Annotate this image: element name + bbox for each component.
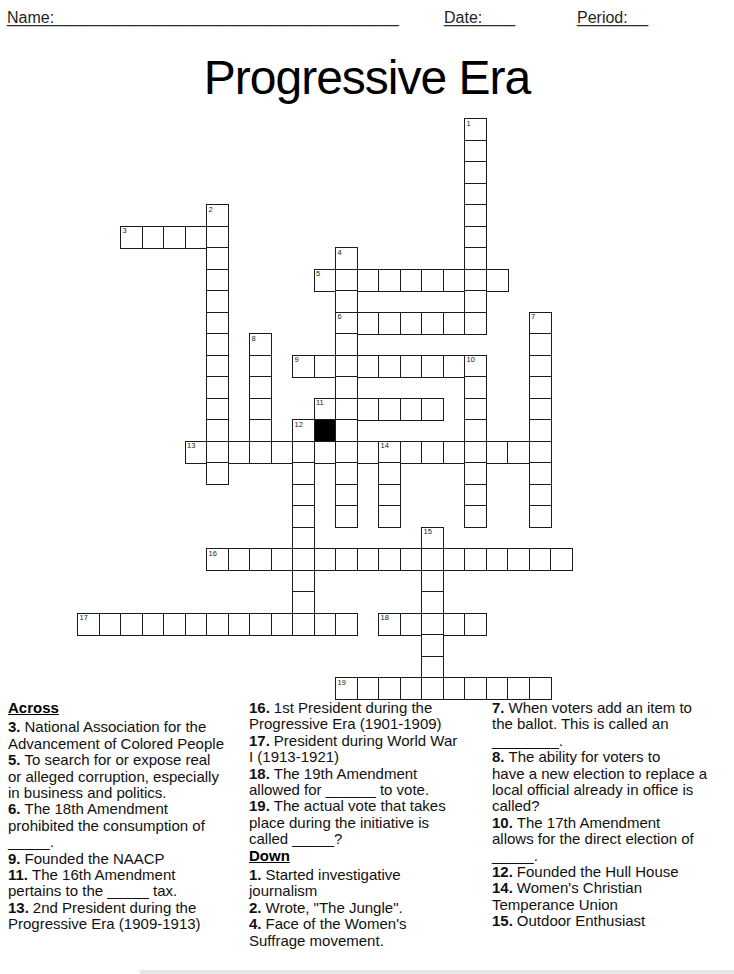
grid-cell[interactable] bbox=[206, 333, 229, 356]
grid-cell[interactable] bbox=[249, 548, 272, 571]
grid-cell[interactable] bbox=[464, 226, 487, 249]
grid-cell[interactable] bbox=[206, 269, 229, 292]
grid-cell[interactable] bbox=[314, 548, 337, 571]
grid-cell[interactable] bbox=[421, 656, 444, 679]
grid-cell[interactable] bbox=[378, 355, 401, 378]
clue-text: Women's Christian Temperance Union bbox=[492, 879, 642, 912]
grid-cell[interactable] bbox=[314, 441, 337, 464]
grid-cell[interactable]: 11 bbox=[314, 398, 337, 421]
cell-number: 7 bbox=[531, 313, 535, 321]
grid-cell[interactable] bbox=[249, 398, 272, 421]
grid-cell[interactable] bbox=[206, 290, 229, 313]
grid-cell[interactable] bbox=[464, 398, 487, 421]
grid-cell[interactable] bbox=[486, 677, 509, 700]
clue-across-11: 11.The 16th Amendment pertains to the __… bbox=[8, 867, 246, 900]
cell-number: 6 bbox=[338, 313, 342, 321]
grid-cell[interactable] bbox=[464, 247, 487, 270]
grid-cell[interactable] bbox=[443, 677, 466, 700]
grid-cell[interactable] bbox=[421, 441, 444, 464]
grid-cell[interactable] bbox=[292, 591, 315, 614]
cell-number: 14 bbox=[381, 442, 389, 450]
grid-cell[interactable] bbox=[335, 419, 358, 442]
grid-cell[interactable] bbox=[421, 591, 444, 614]
grid-cell[interactable] bbox=[292, 548, 315, 571]
cell-number: 5 bbox=[316, 270, 320, 278]
grid-cell[interactable] bbox=[271, 548, 294, 571]
grid-cell[interactable] bbox=[378, 269, 401, 292]
grid-cell[interactable] bbox=[400, 677, 423, 700]
grid-cell[interactable] bbox=[206, 247, 229, 270]
clue-text: When voters add an item to the ballot. T… bbox=[492, 699, 692, 749]
clue-number: 18. bbox=[249, 765, 270, 782]
clue-text: Outdoor Enthusiast bbox=[517, 912, 645, 929]
clue-column-2: 16.1st President during the Progressive … bbox=[249, 700, 481, 949]
grid-cell[interactable] bbox=[357, 677, 380, 700]
grid-cell[interactable] bbox=[249, 376, 272, 399]
cell-number: 17 bbox=[80, 614, 88, 622]
grid-cell[interactable]: 15 bbox=[421, 527, 444, 550]
grid-cell[interactable] bbox=[206, 398, 229, 421]
clue-text: Founded the Hull House bbox=[517, 863, 679, 880]
grid-cell[interactable] bbox=[206, 312, 229, 335]
cell-number: 2 bbox=[209, 206, 213, 214]
grid-cell[interactable] bbox=[335, 613, 358, 636]
clue-text: The ability for voters to have a new ele… bbox=[492, 748, 707, 814]
cell-number: 13 bbox=[187, 442, 195, 450]
grid-cell[interactable] bbox=[378, 462, 401, 485]
grid-cell[interactable] bbox=[529, 505, 552, 528]
grid-cell[interactable] bbox=[335, 441, 358, 464]
grid-cell[interactable] bbox=[421, 677, 444, 700]
period-blank-line: ________ bbox=[577, 9, 648, 27]
grid-cell[interactable] bbox=[464, 441, 487, 464]
grid-cell[interactable] bbox=[464, 161, 487, 184]
grid-cell[interactable] bbox=[249, 613, 272, 636]
grid-cell[interactable]: 7 bbox=[529, 312, 552, 335]
cell-number: 10 bbox=[467, 356, 475, 364]
grid-cell[interactable] bbox=[464, 204, 487, 227]
grid-cell[interactable] bbox=[421, 634, 444, 657]
grid-cell[interactable] bbox=[378, 312, 401, 335]
grid-cell[interactable] bbox=[314, 613, 337, 636]
grid-cell[interactable] bbox=[464, 419, 487, 442]
clues-heading-down: Down bbox=[249, 848, 481, 864]
clue-text: The 19th Amendment allowed for ______ to… bbox=[249, 765, 429, 798]
grid-cell[interactable] bbox=[206, 226, 229, 249]
grid-cell[interactable] bbox=[507, 548, 530, 571]
grid-cell-black bbox=[314, 419, 337, 442]
grid-cell[interactable] bbox=[142, 226, 165, 249]
clue-across-19: 19.The actual vote that takes place duri… bbox=[249, 798, 481, 847]
cell-number: 1 bbox=[467, 120, 471, 128]
grid-cell[interactable] bbox=[206, 613, 229, 636]
grid-cell[interactable] bbox=[335, 290, 358, 313]
grid-cell[interactable] bbox=[443, 441, 466, 464]
cropped-bottom-edge bbox=[140, 970, 734, 974]
grid-cell[interactable]: 10 bbox=[464, 355, 487, 378]
date-blank-line: ________ bbox=[444, 9, 515, 27]
clue-down-12: 12.Founded the Hull House bbox=[492, 864, 734, 880]
grid-cell[interactable] bbox=[529, 548, 552, 571]
grid-cell[interactable] bbox=[421, 570, 444, 593]
grid-cell[interactable] bbox=[335, 548, 358, 571]
puzzle-title: Progressive Era bbox=[0, 52, 734, 104]
grid-cell[interactable] bbox=[335, 505, 358, 528]
grid-cell[interactable]: 5 bbox=[314, 269, 337, 292]
grid-cell[interactable]: 2 bbox=[206, 204, 229, 227]
clue-text: Founded the NAACP bbox=[25, 850, 165, 867]
grid-cell[interactable] bbox=[507, 441, 530, 464]
grid-cell[interactable] bbox=[464, 613, 487, 636]
worksheet-page: Name: __________________________________… bbox=[0, 0, 734, 974]
grid-cell[interactable] bbox=[421, 613, 444, 636]
clue-across-3: 3.National Association for the Advanceme… bbox=[8, 719, 246, 752]
grid-cell[interactable] bbox=[443, 548, 466, 571]
clue-down-15: 15.Outdoor Enthusiast bbox=[492, 913, 734, 929]
clue-text: 1st President during the Progressive Era… bbox=[249, 699, 442, 732]
clue-across-18: 18.The 19th Amendment allowed for ______… bbox=[249, 766, 481, 799]
grid-cell[interactable] bbox=[292, 570, 315, 593]
grid-cell[interactable] bbox=[529, 419, 552, 442]
clue-number: 7. bbox=[492, 699, 505, 716]
clue-number: 9. bbox=[8, 850, 21, 867]
grid-cell[interactable] bbox=[292, 527, 315, 550]
cell-number: 4 bbox=[338, 249, 342, 257]
grid-cell[interactable] bbox=[486, 441, 509, 464]
clue-number: 16. bbox=[249, 699, 270, 716]
grid-cell[interactable] bbox=[292, 462, 315, 485]
clue-number: 8. bbox=[492, 748, 505, 765]
grid-cell[interactable] bbox=[400, 312, 423, 335]
grid-cell[interactable] bbox=[357, 398, 380, 421]
clue-across-5: 5.To search for or expose real or allege… bbox=[8, 752, 246, 801]
grid-cell[interactable] bbox=[464, 183, 487, 206]
grid-cell[interactable] bbox=[249, 441, 272, 464]
grid-cell[interactable] bbox=[529, 677, 552, 700]
grid-cell[interactable] bbox=[486, 548, 509, 571]
cell-number: 15 bbox=[424, 528, 432, 536]
grid-cell[interactable] bbox=[464, 484, 487, 507]
cell-number: 3 bbox=[123, 227, 127, 235]
grid-cell[interactable] bbox=[292, 613, 315, 636]
clue-column-3: 7.When voters add an item to the ballot.… bbox=[492, 700, 734, 930]
grid-cell[interactable] bbox=[335, 333, 358, 356]
clue-number: 10. bbox=[492, 814, 513, 831]
clue-number: 12. bbox=[492, 863, 513, 880]
clue-text: The actual vote that takes place during … bbox=[249, 797, 446, 847]
grid-cell[interactable] bbox=[292, 505, 315, 528]
grid-cell[interactable] bbox=[378, 398, 401, 421]
grid-cell[interactable] bbox=[335, 462, 358, 485]
clue-number: 14. bbox=[492, 879, 513, 896]
grid-cell[interactable] bbox=[443, 355, 466, 378]
clue-number: 13. bbox=[8, 899, 29, 916]
clue-across-13: 13.2nd President during the Progressive … bbox=[8, 900, 246, 933]
cell-number: 18 bbox=[381, 614, 389, 622]
clue-number: 4. bbox=[249, 915, 262, 932]
grid-cell[interactable] bbox=[529, 398, 552, 421]
grid-cell[interactable] bbox=[378, 505, 401, 528]
clue-down-10: 10.The 17th Amendment allows for the dir… bbox=[492, 815, 734, 864]
clue-number: 2. bbox=[249, 899, 262, 916]
grid-cell[interactable] bbox=[400, 355, 423, 378]
grid-cell[interactable] bbox=[271, 613, 294, 636]
clue-across-17: 17.President during World War I (1913-19… bbox=[249, 733, 481, 766]
grid-cell[interactable] bbox=[142, 613, 165, 636]
grid-cell[interactable] bbox=[206, 419, 229, 442]
clue-across-16: 16.1st President during the Progressive … bbox=[249, 700, 481, 733]
grid-cell[interactable] bbox=[400, 548, 423, 571]
cell-number: 9 bbox=[295, 356, 299, 364]
clue-down-14: 14.Women's Christian Temperance Union bbox=[492, 880, 734, 913]
grid-cell[interactable] bbox=[228, 441, 251, 464]
grid-cell[interactable] bbox=[464, 290, 487, 313]
grid-cell[interactable] bbox=[443, 613, 466, 636]
clue-down-1: 1.Started investigative journalism bbox=[249, 867, 481, 900]
grid-cell[interactable] bbox=[464, 312, 487, 335]
grid-cell[interactable] bbox=[357, 269, 380, 292]
grid-cell[interactable] bbox=[335, 376, 358, 399]
grid-cell[interactable] bbox=[163, 613, 186, 636]
grid-cell[interactable] bbox=[400, 269, 423, 292]
grid-cell[interactable]: 16 bbox=[206, 548, 229, 571]
clue-number: 19. bbox=[249, 797, 270, 814]
grid-cell[interactable] bbox=[464, 376, 487, 399]
grid-cell[interactable] bbox=[529, 462, 552, 485]
clue-down-4: 4.Face of the Women's Suffrage movement. bbox=[249, 916, 481, 949]
clue-down-7: 7.When voters add an item to the ballot.… bbox=[492, 700, 734, 749]
grid-cell[interactable] bbox=[529, 333, 552, 356]
grid-cell[interactable] bbox=[421, 355, 444, 378]
grid-cell[interactable] bbox=[357, 355, 380, 378]
grid-cell[interactable] bbox=[421, 398, 444, 421]
grid-cell[interactable] bbox=[486, 269, 509, 292]
clue-across-9: 9.Founded the NAACP bbox=[8, 851, 246, 867]
clue-number: 6. bbox=[8, 800, 21, 817]
clue-number: 1. bbox=[249, 866, 262, 883]
grid-cell[interactable]: 14 bbox=[378, 441, 401, 464]
grid-cell[interactable] bbox=[271, 441, 294, 464]
grid-cell[interactable]: 19 bbox=[335, 677, 358, 700]
grid-cell[interactable] bbox=[378, 484, 401, 507]
grid-cell[interactable]: 1 bbox=[464, 118, 487, 141]
crossword-grid: 12345678910111213141516171819 bbox=[77, 118, 574, 701]
clue-text: National Association for the Advancement… bbox=[8, 718, 224, 751]
grid-cell[interactable] bbox=[249, 355, 272, 378]
grid-cell[interactable]: 13 bbox=[185, 441, 208, 464]
clue-number: 5. bbox=[8, 751, 21, 768]
clue-down-2: 2.Wrote, "The Jungle". bbox=[249, 900, 481, 916]
grid-cell[interactable] bbox=[185, 226, 208, 249]
clue-text: The 17th Amendment allows for the direct… bbox=[492, 814, 694, 864]
grid-cell[interactable] bbox=[443, 269, 466, 292]
grid-cell[interactable]: 17 bbox=[77, 613, 100, 636]
clue-across-6: 6.The 18th Amendment prohibited the cons… bbox=[8, 801, 246, 850]
clue-column-1: Across3.National Association for the Adv… bbox=[8, 700, 246, 933]
grid-cell[interactable] bbox=[357, 312, 380, 335]
grid-cell[interactable] bbox=[421, 312, 444, 335]
clue-number: 15. bbox=[492, 912, 513, 929]
grid-cell[interactable] bbox=[529, 484, 552, 507]
grid-cell[interactable] bbox=[464, 462, 487, 485]
clue-text: Face of the Women's Suffrage movement. bbox=[249, 915, 407, 948]
cell-number: 12 bbox=[295, 421, 303, 429]
grid-cell[interactable] bbox=[529, 376, 552, 399]
grid-cell[interactable] bbox=[185, 613, 208, 636]
clue-number: 17. bbox=[249, 732, 270, 749]
grid-cell[interactable] bbox=[443, 312, 466, 335]
worksheet-header: Name: __________________________________… bbox=[0, 9, 734, 39]
clue-text: Wrote, "The Jungle". bbox=[266, 899, 403, 916]
clue-down-8: 8.The ability for voters to have a new e… bbox=[492, 749, 734, 815]
grid-cell[interactable] bbox=[357, 441, 380, 464]
grid-cell[interactable] bbox=[292, 484, 315, 507]
grid-cell[interactable] bbox=[292, 441, 315, 464]
grid-cell[interactable]: 3 bbox=[120, 226, 143, 249]
grid-cell[interactable] bbox=[249, 419, 272, 442]
grid-cell[interactable]: 18 bbox=[378, 613, 401, 636]
name-blank-line: ________________________________________… bbox=[7, 9, 399, 27]
grid-cell[interactable] bbox=[529, 441, 552, 464]
grid-cell[interactable] bbox=[206, 441, 229, 464]
grid-cell[interactable] bbox=[335, 484, 358, 507]
grid-cell[interactable] bbox=[206, 355, 229, 378]
grid-cell[interactable] bbox=[400, 398, 423, 421]
grid-cell[interactable] bbox=[378, 548, 401, 571]
grid-cell[interactable] bbox=[206, 376, 229, 399]
grid-cell[interactable] bbox=[550, 548, 573, 571]
grid-cell[interactable] bbox=[464, 548, 487, 571]
grid-cell[interactable] bbox=[464, 140, 487, 163]
cell-number: 11 bbox=[316, 399, 324, 407]
grid-cell[interactable]: 4 bbox=[335, 247, 358, 270]
cell-number: 19 bbox=[338, 679, 346, 687]
grid-cell[interactable] bbox=[529, 355, 552, 378]
clue-text: The 16th Amendment pertains to the _____… bbox=[8, 866, 177, 899]
clue-text: 2nd President during the Progressive Era… bbox=[8, 899, 201, 932]
grid-cell[interactable] bbox=[400, 613, 423, 636]
grid-cell[interactable] bbox=[464, 677, 487, 700]
grid-cell[interactable]: 6 bbox=[335, 312, 358, 335]
grid-cell[interactable]: 12 bbox=[292, 419, 315, 442]
cell-number: 16 bbox=[209, 550, 217, 558]
grid-cell[interactable] bbox=[400, 441, 423, 464]
clue-text: President during World War I (1913-1921) bbox=[249, 732, 457, 765]
grid-cell[interactable]: 9 bbox=[292, 355, 315, 378]
grid-cell[interactable] bbox=[99, 613, 122, 636]
grid-cell[interactable] bbox=[335, 355, 358, 378]
grid-cell[interactable] bbox=[120, 613, 143, 636]
grid-cell[interactable] bbox=[163, 226, 186, 249]
grid-cell[interactable] bbox=[314, 355, 337, 378]
grid-cell[interactable]: 8 bbox=[249, 333, 272, 356]
grid-cell[interactable] bbox=[464, 505, 487, 528]
grid-cell[interactable] bbox=[335, 269, 358, 292]
grid-cell[interactable] bbox=[421, 269, 444, 292]
grid-cell[interactable] bbox=[206, 462, 229, 485]
clue-number: 11. bbox=[8, 866, 28, 883]
clue-text: To search for or expose real or alleged … bbox=[8, 751, 219, 801]
grid-cell[interactable] bbox=[228, 613, 251, 636]
grid-cell[interactable] bbox=[228, 548, 251, 571]
cell-number: 8 bbox=[252, 335, 256, 343]
grid-cell[interactable] bbox=[464, 269, 487, 292]
grid-cell[interactable] bbox=[421, 548, 444, 571]
clue-text: The 18th Amendment prohibited the consum… bbox=[8, 800, 205, 850]
grid-cell[interactable] bbox=[507, 677, 530, 700]
grid-cell[interactable] bbox=[335, 398, 358, 421]
grid-cell[interactable] bbox=[378, 677, 401, 700]
clue-number: 3. bbox=[8, 718, 21, 735]
clues-heading-across: Across bbox=[8, 700, 246, 716]
clue-text: Started investigative journalism bbox=[249, 866, 401, 899]
grid-cell[interactable] bbox=[357, 548, 380, 571]
